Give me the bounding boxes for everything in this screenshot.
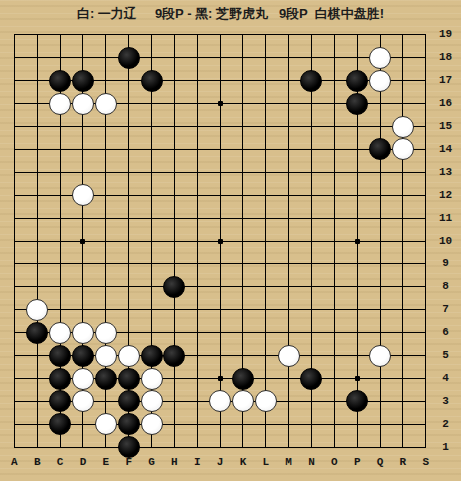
intersection-E5[interactable] bbox=[94, 344, 117, 367]
intersection-B12[interactable] bbox=[26, 184, 49, 207]
intersection-E19[interactable] bbox=[94, 24, 117, 47]
intersection-C8[interactable] bbox=[49, 275, 72, 298]
intersection-K13[interactable] bbox=[232, 161, 255, 184]
intersection-C7[interactable] bbox=[49, 298, 72, 321]
intersection-C2[interactable] bbox=[49, 413, 72, 436]
intersection-E11[interactable] bbox=[94, 207, 117, 230]
intersection-L6[interactable] bbox=[254, 321, 277, 344]
intersection-F11[interactable] bbox=[117, 207, 140, 230]
intersection-C3[interactable] bbox=[49, 390, 72, 413]
intersection-C9[interactable] bbox=[49, 253, 72, 276]
intersection-E17[interactable] bbox=[94, 69, 117, 92]
intersection-F5[interactable] bbox=[117, 344, 140, 367]
intersection-O10[interactable] bbox=[323, 230, 346, 253]
intersection-G10[interactable] bbox=[140, 230, 163, 253]
intersection-A6[interactable] bbox=[3, 321, 26, 344]
intersection-D8[interactable] bbox=[72, 275, 95, 298]
intersection-G11[interactable] bbox=[140, 207, 163, 230]
intersection-B16[interactable] bbox=[26, 92, 49, 115]
intersection-M12[interactable] bbox=[277, 184, 300, 207]
intersection-B3[interactable] bbox=[26, 390, 49, 413]
intersection-B6[interactable] bbox=[26, 321, 49, 344]
intersection-J9[interactable] bbox=[209, 253, 232, 276]
intersection-J8[interactable] bbox=[209, 275, 232, 298]
intersection-A14[interactable] bbox=[3, 138, 26, 161]
intersection-A7[interactable] bbox=[3, 298, 26, 321]
intersection-E9[interactable] bbox=[94, 253, 117, 276]
intersection-K11[interactable] bbox=[232, 207, 255, 230]
intersection-F19[interactable] bbox=[117, 24, 140, 47]
intersection-H8[interactable] bbox=[163, 275, 186, 298]
intersection-O15[interactable] bbox=[323, 115, 346, 138]
intersection-G19[interactable] bbox=[140, 24, 163, 47]
intersection-L8[interactable] bbox=[254, 275, 277, 298]
intersection-F2[interactable] bbox=[117, 413, 140, 436]
intersection-P11[interactable] bbox=[346, 207, 369, 230]
intersection-Q7[interactable] bbox=[369, 298, 392, 321]
intersection-R13[interactable] bbox=[391, 161, 414, 184]
intersection-P10[interactable] bbox=[346, 230, 369, 253]
intersection-C17[interactable] bbox=[49, 69, 72, 92]
intersection-J2[interactable] bbox=[209, 413, 232, 436]
intersection-N19[interactable] bbox=[300, 24, 323, 47]
intersection-R19[interactable] bbox=[391, 24, 414, 47]
intersection-P5[interactable] bbox=[346, 344, 369, 367]
intersection-M9[interactable] bbox=[277, 253, 300, 276]
intersection-B8[interactable] bbox=[26, 275, 49, 298]
intersection-I2[interactable] bbox=[186, 413, 209, 436]
intersection-M6[interactable] bbox=[277, 321, 300, 344]
intersection-K19[interactable] bbox=[232, 24, 255, 47]
intersection-L3[interactable] bbox=[254, 390, 277, 413]
intersection-H6[interactable] bbox=[163, 321, 186, 344]
intersection-D7[interactable] bbox=[72, 298, 95, 321]
intersection-G16[interactable] bbox=[140, 92, 163, 115]
intersection-P16[interactable] bbox=[346, 92, 369, 115]
intersection-F12[interactable] bbox=[117, 184, 140, 207]
intersection-C14[interactable] bbox=[49, 138, 72, 161]
intersection-F8[interactable] bbox=[117, 275, 140, 298]
intersection-D19[interactable] bbox=[72, 24, 95, 47]
intersection-I5[interactable] bbox=[186, 344, 209, 367]
intersection-D9[interactable] bbox=[72, 253, 95, 276]
intersection-R12[interactable] bbox=[391, 184, 414, 207]
intersection-E2[interactable] bbox=[94, 413, 117, 436]
intersection-E4[interactable] bbox=[94, 367, 117, 390]
intersection-E18[interactable] bbox=[94, 46, 117, 69]
intersection-A13[interactable] bbox=[3, 161, 26, 184]
intersection-G7[interactable] bbox=[140, 298, 163, 321]
intersection-R6[interactable] bbox=[391, 321, 414, 344]
intersection-I11[interactable] bbox=[186, 207, 209, 230]
intersection-K6[interactable] bbox=[232, 321, 255, 344]
intersection-P6[interactable] bbox=[346, 321, 369, 344]
intersection-G14[interactable] bbox=[140, 138, 163, 161]
intersection-I17[interactable] bbox=[186, 69, 209, 92]
intersection-O7[interactable] bbox=[323, 298, 346, 321]
intersection-D3[interactable] bbox=[72, 390, 95, 413]
intersection-D18[interactable] bbox=[72, 46, 95, 69]
intersection-F16[interactable] bbox=[117, 92, 140, 115]
intersection-G17[interactable] bbox=[140, 69, 163, 92]
intersection-H17[interactable] bbox=[163, 69, 186, 92]
intersection-A12[interactable] bbox=[3, 184, 26, 207]
intersection-O6[interactable] bbox=[323, 321, 346, 344]
intersection-Q3[interactable] bbox=[369, 390, 392, 413]
intersection-P19[interactable] bbox=[346, 24, 369, 47]
intersection-L10[interactable] bbox=[254, 230, 277, 253]
intersection-D2[interactable] bbox=[72, 413, 95, 436]
intersection-O3[interactable] bbox=[323, 390, 346, 413]
intersection-N12[interactable] bbox=[300, 184, 323, 207]
intersection-F7[interactable] bbox=[117, 298, 140, 321]
intersection-J12[interactable] bbox=[209, 184, 232, 207]
intersection-F13[interactable] bbox=[117, 161, 140, 184]
intersection-N18[interactable] bbox=[300, 46, 323, 69]
intersection-J3[interactable] bbox=[209, 390, 232, 413]
intersection-L19[interactable] bbox=[254, 24, 277, 47]
intersection-D4[interactable] bbox=[72, 367, 95, 390]
intersection-L16[interactable] bbox=[254, 92, 277, 115]
intersection-F17[interactable] bbox=[117, 69, 140, 92]
intersection-C13[interactable] bbox=[49, 161, 72, 184]
intersection-Q5[interactable] bbox=[369, 344, 392, 367]
intersection-L14[interactable] bbox=[254, 138, 277, 161]
intersection-L2[interactable] bbox=[254, 413, 277, 436]
intersection-O11[interactable] bbox=[323, 207, 346, 230]
intersection-C18[interactable] bbox=[49, 46, 72, 69]
intersection-K4[interactable] bbox=[232, 367, 255, 390]
intersection-C16[interactable] bbox=[49, 92, 72, 115]
intersection-H19[interactable] bbox=[163, 24, 186, 47]
intersection-H15[interactable] bbox=[163, 115, 186, 138]
intersection-R3[interactable] bbox=[391, 390, 414, 413]
intersection-R14[interactable] bbox=[391, 138, 414, 161]
intersection-H12[interactable] bbox=[163, 184, 186, 207]
intersection-J18[interactable] bbox=[209, 46, 232, 69]
intersection-E15[interactable] bbox=[94, 115, 117, 138]
intersection-B13[interactable] bbox=[26, 161, 49, 184]
intersection-G3[interactable] bbox=[140, 390, 163, 413]
intersection-N6[interactable] bbox=[300, 321, 323, 344]
intersection-M2[interactable] bbox=[277, 413, 300, 436]
intersection-D16[interactable] bbox=[72, 92, 95, 115]
intersection-O2[interactable] bbox=[323, 413, 346, 436]
intersection-K8[interactable] bbox=[232, 275, 255, 298]
intersection-G4[interactable] bbox=[140, 367, 163, 390]
intersection-K3[interactable] bbox=[232, 390, 255, 413]
intersection-I10[interactable] bbox=[186, 230, 209, 253]
intersection-B4[interactable] bbox=[26, 367, 49, 390]
intersection-B2[interactable] bbox=[26, 413, 49, 436]
intersection-E14[interactable] bbox=[94, 138, 117, 161]
intersection-O19[interactable] bbox=[323, 24, 346, 47]
intersection-L12[interactable] bbox=[254, 184, 277, 207]
intersection-P2[interactable] bbox=[346, 413, 369, 436]
intersection-P18[interactable] bbox=[346, 46, 369, 69]
intersection-A15[interactable] bbox=[3, 115, 26, 138]
intersection-L7[interactable] bbox=[254, 298, 277, 321]
intersection-M16[interactable] bbox=[277, 92, 300, 115]
intersection-F15[interactable] bbox=[117, 115, 140, 138]
intersection-G9[interactable] bbox=[140, 253, 163, 276]
intersection-F3[interactable] bbox=[117, 390, 140, 413]
intersection-I14[interactable] bbox=[186, 138, 209, 161]
intersection-R18[interactable] bbox=[391, 46, 414, 69]
intersection-P15[interactable] bbox=[346, 115, 369, 138]
intersection-P17[interactable] bbox=[346, 69, 369, 92]
intersection-O18[interactable] bbox=[323, 46, 346, 69]
intersection-G8[interactable] bbox=[140, 275, 163, 298]
intersection-B14[interactable] bbox=[26, 138, 49, 161]
intersection-M4[interactable] bbox=[277, 367, 300, 390]
intersection-R9[interactable] bbox=[391, 253, 414, 276]
intersection-O16[interactable] bbox=[323, 92, 346, 115]
intersection-K9[interactable] bbox=[232, 253, 255, 276]
intersection-O4[interactable] bbox=[323, 367, 346, 390]
intersection-M5[interactable] bbox=[277, 344, 300, 367]
intersection-H10[interactable] bbox=[163, 230, 186, 253]
intersection-E10[interactable] bbox=[94, 230, 117, 253]
intersection-G12[interactable] bbox=[140, 184, 163, 207]
intersection-F10[interactable] bbox=[117, 230, 140, 253]
intersection-P12[interactable] bbox=[346, 184, 369, 207]
intersection-D12[interactable] bbox=[72, 184, 95, 207]
intersection-N9[interactable] bbox=[300, 253, 323, 276]
intersection-M7[interactable] bbox=[277, 298, 300, 321]
intersection-R16[interactable] bbox=[391, 92, 414, 115]
intersection-O12[interactable] bbox=[323, 184, 346, 207]
intersection-C11[interactable] bbox=[49, 207, 72, 230]
intersection-C19[interactable] bbox=[49, 24, 72, 47]
intersection-P9[interactable] bbox=[346, 253, 369, 276]
intersection-G15[interactable] bbox=[140, 115, 163, 138]
intersection-N13[interactable] bbox=[300, 161, 323, 184]
intersection-Q16[interactable] bbox=[369, 92, 392, 115]
intersection-C5[interactable] bbox=[49, 344, 72, 367]
intersection-M3[interactable] bbox=[277, 390, 300, 413]
intersection-A18[interactable] bbox=[3, 46, 26, 69]
intersection-M17[interactable] bbox=[277, 69, 300, 92]
intersection-J10[interactable] bbox=[209, 230, 232, 253]
intersection-I7[interactable] bbox=[186, 298, 209, 321]
intersection-O17[interactable] bbox=[323, 69, 346, 92]
intersection-P3[interactable] bbox=[346, 390, 369, 413]
intersection-I15[interactable] bbox=[186, 115, 209, 138]
intersection-A8[interactable] bbox=[3, 275, 26, 298]
intersection-G6[interactable] bbox=[140, 321, 163, 344]
intersection-P14[interactable] bbox=[346, 138, 369, 161]
intersection-A16[interactable] bbox=[3, 92, 26, 115]
intersection-G2[interactable] bbox=[140, 413, 163, 436]
intersection-B10[interactable] bbox=[26, 230, 49, 253]
intersection-H18[interactable] bbox=[163, 46, 186, 69]
intersection-K17[interactable] bbox=[232, 69, 255, 92]
intersection-A17[interactable] bbox=[3, 69, 26, 92]
intersection-B11[interactable] bbox=[26, 207, 49, 230]
intersection-K10[interactable] bbox=[232, 230, 255, 253]
intersection-I3[interactable] bbox=[186, 390, 209, 413]
intersection-B7[interactable] bbox=[26, 298, 49, 321]
intersection-K18[interactable] bbox=[232, 46, 255, 69]
intersection-Q12[interactable] bbox=[369, 184, 392, 207]
intersection-A10[interactable] bbox=[3, 230, 26, 253]
intersection-D14[interactable] bbox=[72, 138, 95, 161]
intersection-Q11[interactable] bbox=[369, 207, 392, 230]
intersection-E3[interactable] bbox=[94, 390, 117, 413]
intersection-D10[interactable] bbox=[72, 230, 95, 253]
intersection-Q9[interactable] bbox=[369, 253, 392, 276]
intersection-G18[interactable] bbox=[140, 46, 163, 69]
intersection-R7[interactable] bbox=[391, 298, 414, 321]
intersection-N11[interactable] bbox=[300, 207, 323, 230]
intersection-A2[interactable] bbox=[3, 413, 26, 436]
intersection-L15[interactable] bbox=[254, 115, 277, 138]
intersection-B15[interactable] bbox=[26, 115, 49, 138]
intersection-L4[interactable] bbox=[254, 367, 277, 390]
intersection-P4[interactable] bbox=[346, 367, 369, 390]
intersection-R15[interactable] bbox=[391, 115, 414, 138]
intersection-E6[interactable] bbox=[94, 321, 117, 344]
intersection-N7[interactable] bbox=[300, 298, 323, 321]
intersection-J11[interactable] bbox=[209, 207, 232, 230]
intersection-M11[interactable] bbox=[277, 207, 300, 230]
intersection-J7[interactable] bbox=[209, 298, 232, 321]
intersection-I8[interactable] bbox=[186, 275, 209, 298]
intersection-H9[interactable] bbox=[163, 253, 186, 276]
intersection-I13[interactable] bbox=[186, 161, 209, 184]
intersection-A19[interactable] bbox=[3, 24, 26, 47]
intersection-K15[interactable] bbox=[232, 115, 255, 138]
intersection-R4[interactable] bbox=[391, 367, 414, 390]
intersection-C15[interactable] bbox=[49, 115, 72, 138]
intersection-J13[interactable] bbox=[209, 161, 232, 184]
intersection-N2[interactable] bbox=[300, 413, 323, 436]
intersection-O9[interactable] bbox=[323, 253, 346, 276]
intersection-H11[interactable] bbox=[163, 207, 186, 230]
intersection-L9[interactable] bbox=[254, 253, 277, 276]
intersection-J6[interactable] bbox=[209, 321, 232, 344]
intersection-I16[interactable] bbox=[186, 92, 209, 115]
intersection-F4[interactable] bbox=[117, 367, 140, 390]
intersection-D6[interactable] bbox=[72, 321, 95, 344]
intersection-Q10[interactable] bbox=[369, 230, 392, 253]
intersection-L17[interactable] bbox=[254, 69, 277, 92]
intersection-J5[interactable] bbox=[209, 344, 232, 367]
intersection-E8[interactable] bbox=[94, 275, 117, 298]
intersection-R5[interactable] bbox=[391, 344, 414, 367]
intersection-J16[interactable] bbox=[209, 92, 232, 115]
intersection-L13[interactable] bbox=[254, 161, 277, 184]
intersection-A9[interactable] bbox=[3, 253, 26, 276]
intersection-O13[interactable] bbox=[323, 161, 346, 184]
intersection-K14[interactable] bbox=[232, 138, 255, 161]
intersection-H3[interactable] bbox=[163, 390, 186, 413]
intersection-H4[interactable] bbox=[163, 367, 186, 390]
intersection-N10[interactable] bbox=[300, 230, 323, 253]
intersection-Q4[interactable] bbox=[369, 367, 392, 390]
intersection-M14[interactable] bbox=[277, 138, 300, 161]
intersection-C6[interactable] bbox=[49, 321, 72, 344]
intersection-Q18[interactable] bbox=[369, 46, 392, 69]
intersection-I9[interactable] bbox=[186, 253, 209, 276]
intersection-J4[interactable] bbox=[209, 367, 232, 390]
intersection-H5[interactable] bbox=[163, 344, 186, 367]
intersection-E16[interactable] bbox=[94, 92, 117, 115]
intersection-O8[interactable] bbox=[323, 275, 346, 298]
intersection-H16[interactable] bbox=[163, 92, 186, 115]
intersection-N3[interactable] bbox=[300, 390, 323, 413]
intersection-M15[interactable] bbox=[277, 115, 300, 138]
intersection-D13[interactable] bbox=[72, 161, 95, 184]
intersection-F18[interactable] bbox=[117, 46, 140, 69]
intersection-L5[interactable] bbox=[254, 344, 277, 367]
intersection-N16[interactable] bbox=[300, 92, 323, 115]
intersection-E13[interactable] bbox=[94, 161, 117, 184]
intersection-C12[interactable] bbox=[49, 184, 72, 207]
intersection-F9[interactable] bbox=[117, 253, 140, 276]
intersection-B18[interactable] bbox=[26, 46, 49, 69]
intersection-Q13[interactable] bbox=[369, 161, 392, 184]
intersection-I19[interactable] bbox=[186, 24, 209, 47]
intersection-N14[interactable] bbox=[300, 138, 323, 161]
intersection-R11[interactable] bbox=[391, 207, 414, 230]
intersection-Q17[interactable] bbox=[369, 69, 392, 92]
intersection-F6[interactable] bbox=[117, 321, 140, 344]
intersection-Q14[interactable] bbox=[369, 138, 392, 161]
intersection-L18[interactable] bbox=[254, 46, 277, 69]
intersection-J15[interactable] bbox=[209, 115, 232, 138]
intersection-R17[interactable] bbox=[391, 69, 414, 92]
intersection-E12[interactable] bbox=[94, 184, 117, 207]
intersection-H13[interactable] bbox=[163, 161, 186, 184]
intersection-B9[interactable] bbox=[26, 253, 49, 276]
intersection-Q19[interactable] bbox=[369, 24, 392, 47]
intersection-M19[interactable] bbox=[277, 24, 300, 47]
intersection-J14[interactable] bbox=[209, 138, 232, 161]
intersection-B5[interactable] bbox=[26, 344, 49, 367]
intersection-F1[interactable] bbox=[117, 436, 140, 459]
intersection-H2[interactable] bbox=[163, 413, 186, 436]
intersection-M18[interactable] bbox=[277, 46, 300, 69]
intersection-I12[interactable] bbox=[186, 184, 209, 207]
intersection-K5[interactable] bbox=[232, 344, 255, 367]
intersection-K7[interactable] bbox=[232, 298, 255, 321]
intersection-R2[interactable] bbox=[391, 413, 414, 436]
intersection-K12[interactable] bbox=[232, 184, 255, 207]
intersection-N4[interactable] bbox=[300, 367, 323, 390]
intersection-R10[interactable] bbox=[391, 230, 414, 253]
intersection-F14[interactable] bbox=[117, 138, 140, 161]
intersection-A3[interactable] bbox=[3, 390, 26, 413]
intersection-M8[interactable] bbox=[277, 275, 300, 298]
intersection-O14[interactable] bbox=[323, 138, 346, 161]
intersection-J19[interactable] bbox=[209, 24, 232, 47]
intersection-K2[interactable] bbox=[232, 413, 255, 436]
intersection-D11[interactable] bbox=[72, 207, 95, 230]
intersection-A11[interactable] bbox=[3, 207, 26, 230]
intersection-G5[interactable] bbox=[140, 344, 163, 367]
intersection-D15[interactable] bbox=[72, 115, 95, 138]
intersection-Q15[interactable] bbox=[369, 115, 392, 138]
intersection-D5[interactable] bbox=[72, 344, 95, 367]
intersection-Q6[interactable] bbox=[369, 321, 392, 344]
intersection-E7[interactable] bbox=[94, 298, 117, 321]
intersection-P13[interactable] bbox=[346, 161, 369, 184]
intersection-Q2[interactable] bbox=[369, 413, 392, 436]
intersection-I18[interactable] bbox=[186, 46, 209, 69]
intersection-R8[interactable] bbox=[391, 275, 414, 298]
